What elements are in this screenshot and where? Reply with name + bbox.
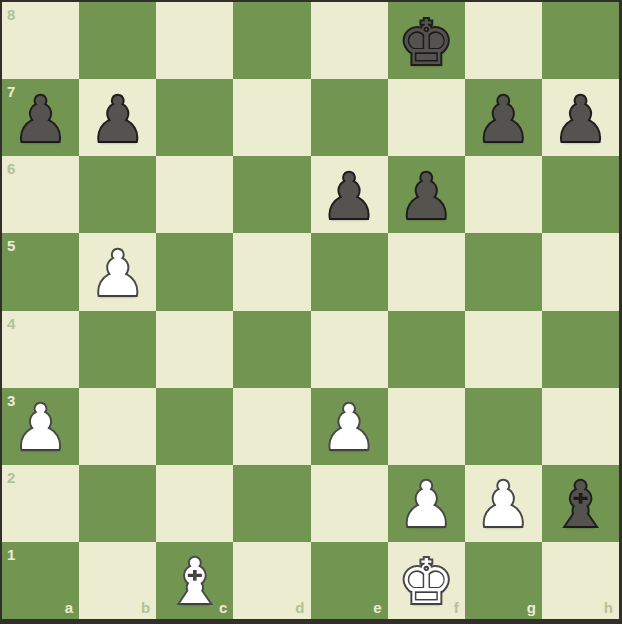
- square-a2[interactable]: 2: [2, 465, 79, 542]
- square-e5[interactable]: [311, 233, 388, 310]
- piece-white-pawn[interactable]: ♟︎: [465, 467, 542, 544]
- square-h3[interactable]: [542, 388, 619, 465]
- square-e4[interactable]: [311, 311, 388, 388]
- square-b3[interactable]: [79, 388, 156, 465]
- square-h6[interactable]: [542, 156, 619, 233]
- piece-white-pawn[interactable]: ♟︎: [388, 467, 465, 544]
- rank-label-6: 6: [7, 161, 15, 176]
- square-f5[interactable]: [388, 233, 465, 310]
- square-g7[interactable]: ♟︎: [465, 79, 542, 156]
- square-d2[interactable]: [233, 465, 310, 542]
- square-c4[interactable]: [156, 311, 233, 388]
- square-g1[interactable]: g: [465, 542, 542, 619]
- square-c6[interactable]: [156, 156, 233, 233]
- square-c1[interactable]: c♝︎: [156, 542, 233, 619]
- piece-black-bishop[interactable]: ♝︎: [542, 467, 619, 544]
- square-a5[interactable]: 5: [2, 233, 79, 310]
- piece-white-king[interactable]: ♚︎: [388, 544, 465, 621]
- piece-white-pawn[interactable]: ♟︎: [311, 390, 388, 467]
- file-label-g: g: [527, 600, 536, 615]
- square-g4[interactable]: [465, 311, 542, 388]
- piece-black-pawn[interactable]: ♟︎: [311, 158, 388, 235]
- file-label-b: b: [141, 600, 150, 615]
- square-d5[interactable]: [233, 233, 310, 310]
- rank-label-5: 5: [7, 238, 15, 253]
- square-d8[interactable]: [233, 2, 310, 79]
- square-a6[interactable]: 6: [2, 156, 79, 233]
- square-e8[interactable]: [311, 2, 388, 79]
- square-e1[interactable]: e: [311, 542, 388, 619]
- square-b7[interactable]: ♟︎: [79, 79, 156, 156]
- square-c2[interactable]: [156, 465, 233, 542]
- square-d4[interactable]: [233, 311, 310, 388]
- square-b8[interactable]: [79, 2, 156, 79]
- square-a1[interactable]: 1a: [2, 542, 79, 619]
- square-h1[interactable]: h: [542, 542, 619, 619]
- square-h5[interactable]: [542, 233, 619, 310]
- square-h7[interactable]: ♟︎: [542, 79, 619, 156]
- square-f1[interactable]: f♚︎: [388, 542, 465, 619]
- rank-label-4: 4: [7, 316, 15, 331]
- rank-label-2: 2: [7, 470, 15, 485]
- square-g2[interactable]: ♟︎: [465, 465, 542, 542]
- rank-label-8: 8: [7, 7, 15, 22]
- piece-white-pawn[interactable]: ♟︎: [79, 235, 156, 312]
- file-label-a: a: [65, 600, 73, 615]
- square-a7[interactable]: 7♟︎: [2, 79, 79, 156]
- piece-black-pawn[interactable]: ♟︎: [2, 81, 79, 158]
- square-b5[interactable]: ♟︎: [79, 233, 156, 310]
- square-f3[interactable]: [388, 388, 465, 465]
- piece-black-pawn[interactable]: ♟︎: [79, 81, 156, 158]
- square-h2[interactable]: ♝︎: [542, 465, 619, 542]
- square-a4[interactable]: 4: [2, 311, 79, 388]
- square-e6[interactable]: ♟︎: [311, 156, 388, 233]
- square-d7[interactable]: [233, 79, 310, 156]
- square-d6[interactable]: [233, 156, 310, 233]
- square-f8[interactable]: ♚︎: [388, 2, 465, 79]
- piece-black-pawn[interactable]: ♟︎: [542, 81, 619, 158]
- square-g5[interactable]: [465, 233, 542, 310]
- square-f7[interactable]: [388, 79, 465, 156]
- square-a3[interactable]: 3♟︎: [2, 388, 79, 465]
- square-a8[interactable]: 8: [2, 2, 79, 79]
- square-c5[interactable]: [156, 233, 233, 310]
- file-label-h: h: [604, 600, 613, 615]
- square-b6[interactable]: [79, 156, 156, 233]
- square-g8[interactable]: [465, 2, 542, 79]
- square-b2[interactable]: [79, 465, 156, 542]
- file-label-d: d: [295, 600, 304, 615]
- square-d1[interactable]: d: [233, 542, 310, 619]
- square-b4[interactable]: [79, 311, 156, 388]
- rank-label-1: 1: [7, 547, 15, 562]
- square-e3[interactable]: ♟︎: [311, 388, 388, 465]
- file-label-e: e: [373, 600, 381, 615]
- chess-board: 8♚︎7♟︎♟︎♟︎♟︎6♟︎♟︎5♟︎43♟︎♟︎2♟︎♟︎♝︎1abc♝︎d…: [2, 2, 619, 619]
- square-c8[interactable]: [156, 2, 233, 79]
- piece-black-pawn[interactable]: ♟︎: [465, 81, 542, 158]
- square-e2[interactable]: [311, 465, 388, 542]
- square-f4[interactable]: [388, 311, 465, 388]
- square-f6[interactable]: ♟︎: [388, 156, 465, 233]
- square-h4[interactable]: [542, 311, 619, 388]
- piece-white-pawn[interactable]: ♟︎: [2, 390, 79, 467]
- piece-black-king[interactable]: ♚︎: [388, 4, 465, 81]
- square-f2[interactable]: ♟︎: [388, 465, 465, 542]
- square-d3[interactable]: [233, 388, 310, 465]
- square-h8[interactable]: [542, 2, 619, 79]
- square-g6[interactable]: [465, 156, 542, 233]
- piece-white-bishop[interactable]: ♝︎: [156, 544, 233, 621]
- square-e7[interactable]: [311, 79, 388, 156]
- square-b1[interactable]: b: [79, 542, 156, 619]
- piece-black-pawn[interactable]: ♟︎: [388, 158, 465, 235]
- square-g3[interactable]: [465, 388, 542, 465]
- square-c7[interactable]: [156, 79, 233, 156]
- square-c3[interactable]: [156, 388, 233, 465]
